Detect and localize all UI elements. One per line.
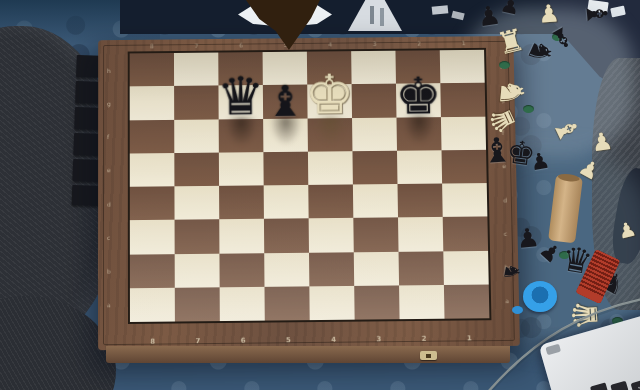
square-e7: [174, 152, 219, 186]
square-a1: [444, 284, 490, 318]
square-a7: [175, 287, 220, 321]
white-king-on-g4: ♚: [305, 71, 355, 120]
label-6: 6: [219, 41, 264, 48]
paper-scrap: [432, 5, 449, 15]
square-g7: [174, 86, 219, 120]
square-c5: [264, 219, 309, 253]
label-a: a: [505, 284, 510, 318]
label-4: 4: [308, 41, 353, 48]
square-a5: [264, 286, 309, 320]
square-b8: [130, 254, 175, 288]
square-g6: ♛: [218, 85, 263, 119]
square-c7: [175, 219, 220, 253]
label-c: c: [503, 216, 507, 250]
label-c: c: [107, 221, 111, 255]
square-e5: [263, 151, 308, 185]
square-d1: [442, 183, 487, 217]
label-2: 2: [401, 335, 446, 343]
square-b2: [399, 251, 444, 285]
label-b: b: [107, 254, 111, 288]
blue-cup: [523, 281, 557, 312]
square-b3: [354, 251, 399, 285]
square-g3: [352, 84, 397, 118]
square-g5: ♝: [263, 85, 308, 119]
square-a2: [399, 285, 444, 319]
square-c8: [130, 220, 175, 254]
green-felt-base: [499, 61, 510, 69]
square-d8: [130, 186, 175, 220]
label-2: 2: [397, 40, 442, 47]
square-a8: [130, 288, 175, 322]
square-b1: [443, 250, 488, 284]
laptop-key: [610, 381, 628, 390]
label-e: e: [107, 153, 111, 187]
label-h: h: [107, 54, 111, 87]
board-side-edge: [106, 346, 510, 363]
offboard-black-bishop: ♝: [581, 0, 611, 27]
square-f7: [174, 119, 219, 153]
square-b6: [219, 253, 264, 287]
label-d: d: [503, 183, 507, 217]
square-h7: [174, 53, 218, 87]
label-1: 1: [441, 39, 486, 46]
square-g2: ♚: [396, 83, 441, 117]
black-bishop-on-g5: ♝: [266, 82, 305, 121]
offboard-black-knight: ♞: [501, 261, 524, 282]
label-4: 4: [311, 336, 356, 344]
label-7: 7: [175, 337, 220, 345]
square-g4: ♚: [307, 84, 352, 118]
square-d5: [264, 185, 309, 219]
brass-latch: [420, 351, 437, 360]
offboard-black-pawn: ♟: [515, 224, 541, 252]
black-queen-on-g6: ♛: [217, 73, 265, 121]
square-g1: [440, 83, 485, 117]
label-f: f: [107, 120, 111, 153]
square-c3: [353, 218, 398, 252]
label-6: 6: [220, 336, 265, 344]
board-grid: ♛♝♚♚: [128, 48, 492, 324]
square-d6: [219, 185, 264, 219]
square-f1: [441, 116, 486, 150]
square-f8: [130, 119, 175, 153]
square-e2: [397, 150, 442, 184]
offboard-white-queen: ♛: [567, 299, 603, 331]
square-b7: [175, 253, 220, 287]
label-a: a: [107, 288, 111, 322]
square-b5: [264, 252, 309, 286]
label-7: 7: [174, 42, 219, 49]
label-1: 1: [447, 334, 492, 342]
square-c4: [309, 218, 354, 252]
square-d3: [353, 184, 398, 218]
square-h8: [130, 53, 174, 87]
square-a6: [220, 287, 265, 321]
square-d4: [308, 184, 353, 218]
offboard-white-pawn: ♟: [590, 129, 615, 156]
label-8: 8: [130, 337, 175, 345]
square-b4: [309, 252, 354, 286]
square-e6: [219, 152, 264, 186]
scene: 87654321 87654321 hgfedcba hgfedcba ♛♝♚♚…: [0, 0, 640, 390]
square-a4: [309, 286, 354, 320]
square-a3: [354, 285, 399, 319]
label-d: d: [107, 187, 111, 221]
chess-board: 87654321 87654321 hgfedcba hgfedcba ♛♝♚♚: [98, 36, 520, 350]
square-c6: [219, 219, 264, 253]
black-king-on-g2: ♚: [395, 73, 442, 119]
square-e1: [442, 150, 487, 184]
square-c2: [398, 217, 443, 251]
square-e4: [308, 151, 353, 185]
label-8: 8: [130, 42, 175, 49]
square-e8: [130, 153, 175, 187]
square-h1: [440, 50, 485, 84]
rank-labels-bottom: 87654321: [130, 334, 492, 346]
offboard-black-pawn: ♟: [528, 149, 551, 174]
square-h3: [351, 51, 396, 85]
laptop-key: [590, 382, 608, 390]
laptop-key-←: ←: [631, 379, 640, 390]
square-d2: [397, 184, 442, 218]
label-3: 3: [356, 335, 401, 343]
label-g: g: [107, 87, 111, 120]
blue-cup-fragment: [512, 306, 523, 314]
square-f3: [352, 117, 397, 151]
label-5: 5: [266, 336, 311, 344]
square-d7: [174, 186, 219, 220]
square-c1: [443, 217, 488, 251]
square-e3: [352, 150, 397, 184]
file-labels-left: hgfedcba: [107, 54, 111, 323]
label-3: 3: [352, 40, 397, 47]
square-g8: [130, 86, 174, 120]
